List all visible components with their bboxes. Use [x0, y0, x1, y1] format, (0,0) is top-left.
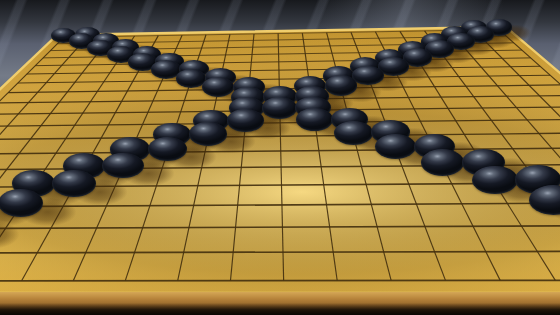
black-stone[interactable]: [472, 166, 518, 194]
black-stone[interactable]: [148, 137, 188, 162]
black-stone[interactable]: [227, 109, 264, 132]
black-stone[interactable]: [52, 170, 95, 197]
black-stone[interactable]: [202, 77, 234, 97]
black-stone[interactable]: [0, 189, 43, 217]
bottom-shadow: [0, 303, 560, 315]
scene: [0, 0, 560, 315]
black-stone[interactable]: [421, 149, 464, 176]
black-stone[interactable]: [189, 122, 227, 146]
black-stone[interactable]: [296, 108, 333, 131]
stones: [0, 0, 560, 315]
black-stone[interactable]: [262, 97, 297, 119]
black-stone[interactable]: [375, 134, 416, 159]
black-stone[interactable]: [102, 153, 143, 179]
black-stone[interactable]: [334, 121, 373, 145]
black-stone[interactable]: [325, 75, 358, 95]
black-stone[interactable]: [352, 66, 384, 86]
